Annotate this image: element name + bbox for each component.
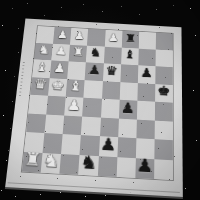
white-bishop-d3: ♝ [69,80,83,94]
square-r2c4: ♛ [103,63,121,81]
black-pawn-c4: ♟ [88,64,101,77]
square-r0c6 [139,32,156,50]
square-r6c2 [61,134,81,155]
square-r5c5 [118,118,137,138]
square-r7c1: ♞ [41,153,62,174]
square-r0c7 [156,33,173,51]
square-r5c3 [81,116,100,136]
chess-board: ♟♟♟♜♞♟♜♞♝♝♟♟♛♟♛♚♝♚♟♟♟♜♞♞♟ [21,25,174,181]
square-r3c6 [137,83,155,102]
square-r6c5 [117,137,136,158]
square-r4c0 [28,95,48,114]
square-r0c3 [87,29,105,46]
square-r5c2 [63,115,83,135]
square-r0c4: ♟ [104,30,122,47]
square-r4c1 [46,96,66,115]
black-queen-c5: ♛ [105,65,118,78]
black-king-d8: ♚ [157,85,170,99]
square-r0c1: ♟ [53,27,71,44]
square-r2c2 [67,61,86,79]
square-r6c1 [43,133,63,154]
square-r7c0: ♜ [22,152,43,173]
square-r1c3: ♞ [86,45,104,63]
square-r1c1: ♟ [52,43,71,61]
square-r2c6: ♟ [138,65,156,83]
square-r7c5 [116,157,135,178]
white-king-d2: ♚ [51,79,65,93]
black-rook-a6: ♜ [125,33,136,44]
square-r1c4 [103,46,121,64]
square-r5c7 [154,120,172,140]
square-r6c4: ♟ [98,136,117,157]
black-pawn-h7: ♟ [136,157,153,176]
square-r6c6 [136,138,155,159]
square-r4c4 [101,99,120,118]
white-pawn-c2: ♟ [53,62,66,75]
white-knight-h2: ♞ [42,152,60,171]
square-r1c7 [155,49,172,67]
square-r3c2: ♝ [66,79,85,98]
square-r6c7 [154,139,173,160]
white-knight-b1: ♞ [37,44,50,56]
black-knight-h4: ♞ [80,154,98,173]
square-r7c6: ♟ [135,158,154,179]
white-pawn-a3: ♟ [74,30,86,41]
square-r2c3: ♟ [85,62,104,80]
white-pawn-b2: ♟ [55,45,68,57]
white-pawn-e3: ♟ [67,97,82,112]
square-r3c0: ♛ [30,77,50,96]
chessboard-photo: ♟♟♟♜♞♟♜♞♝♝♟♟♛♟♛♚♝♚♟♟♟♜♞♞♟ [0,0,200,200]
square-r2c5 [120,64,138,82]
white-pawn-a5: ♟ [108,32,119,43]
film-grain-light [0,0,1,1]
square-r7c4 [97,156,117,177]
square-r3c1: ♚ [48,78,67,97]
square-r3c4 [102,81,121,100]
black-pawn-g5: ♟ [100,136,117,153]
square-r5c1 [45,114,65,134]
square-r4c3 [82,98,101,117]
square-r3c7: ♚ [155,84,173,103]
white-rook-h1: ♜ [23,151,42,170]
square-r3c5 [119,82,137,101]
square-r5c0 [26,113,46,133]
board-edge-marking [19,62,25,97]
square-r7c3: ♞ [79,155,99,176]
square-r2c1: ♟ [50,60,69,78]
square-r1c2: ♜ [69,44,87,62]
black-bishop-b6: ♝ [124,49,136,61]
black-pawn-c7: ♟ [140,67,153,80]
square-r7c2 [60,154,80,175]
square-r0c2: ♟ [70,28,88,45]
black-pawn-e6: ♟ [121,100,135,115]
square-r5c4 [100,117,119,137]
square-r4c5: ♟ [119,100,138,119]
square-r4c7 [155,102,173,122]
square-r4c2: ♟ [64,97,83,116]
square-r4c6 [137,101,155,120]
white-rook-b3: ♜ [72,46,84,58]
square-r6c0 [24,132,44,153]
square-r1c6 [138,48,156,66]
square-r2c0: ♝ [32,59,51,77]
white-queen-d1: ♛ [33,78,48,92]
square-r3c3 [84,80,103,99]
black-knight-b4: ♞ [89,47,101,59]
white-pawn-a2: ♟ [57,29,69,40]
square-r7c7 [154,159,173,180]
square-r2c7 [155,66,173,84]
square-r5c6 [136,119,155,139]
square-r0c5: ♜ [121,31,139,48]
chessboard-sheet: ♟♟♟♜♞♟♜♞♝♝♟♟♛♟♛♚♝♚♟♟♟♜♞♞♟ [5,19,183,197]
square-r1c5: ♝ [121,47,139,65]
white-bishop-c1: ♝ [35,61,49,74]
square-r6c3 [80,135,100,156]
square-r0c0 [36,26,55,43]
square-r1c0: ♞ [34,43,53,61]
